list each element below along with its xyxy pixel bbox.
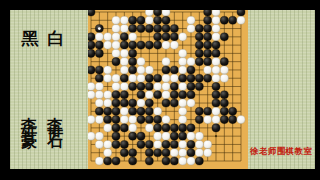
black-stone xyxy=(137,107,145,115)
black-stone xyxy=(95,49,103,57)
black-stone xyxy=(212,124,220,132)
black-stone xyxy=(195,25,203,33)
black-stone xyxy=(137,82,145,90)
black-stone xyxy=(195,157,203,165)
white-stone xyxy=(162,132,170,140)
black-stone xyxy=(170,132,178,140)
letterbox-right xyxy=(315,0,320,180)
black-stone xyxy=(195,116,203,124)
black-stone xyxy=(195,74,203,82)
black-stone xyxy=(129,25,137,33)
black-stone xyxy=(145,107,153,115)
black-stone xyxy=(145,149,153,157)
white-stone xyxy=(187,157,195,165)
black-stone xyxy=(112,91,120,99)
black-stone xyxy=(112,116,120,124)
white-stone xyxy=(145,91,153,99)
white-stone xyxy=(204,140,212,148)
black-stone xyxy=(145,82,153,90)
last-move-marker xyxy=(98,27,101,30)
black-stone xyxy=(145,116,153,124)
white-player-name: 李世石 xyxy=(47,66,65,166)
black-stone xyxy=(170,157,178,165)
white-stone xyxy=(162,41,170,49)
black-stone xyxy=(195,58,203,66)
black-stone xyxy=(112,99,120,107)
white-stone xyxy=(104,124,112,132)
black-stone xyxy=(220,116,228,124)
white-stone xyxy=(95,157,103,165)
black-stone xyxy=(137,91,145,99)
white-stone xyxy=(220,74,228,82)
black-stone xyxy=(95,107,103,115)
black-stone xyxy=(129,107,137,115)
black-stone xyxy=(170,33,178,41)
black-stone xyxy=(120,149,128,157)
black-stone xyxy=(204,107,212,115)
black-stone xyxy=(170,91,178,99)
white-stone xyxy=(104,99,112,107)
black-stone xyxy=(137,16,145,24)
white-stone xyxy=(120,25,128,33)
black-stone xyxy=(154,149,162,157)
white-stone xyxy=(179,157,187,165)
black-stone xyxy=(120,91,128,99)
white-stone xyxy=(112,74,120,82)
black-stone xyxy=(162,33,170,41)
white-stone xyxy=(95,116,103,124)
black-stone xyxy=(129,66,137,74)
white-stone xyxy=(95,140,103,148)
black-stone xyxy=(162,149,170,157)
black-stone xyxy=(204,33,212,41)
black-stone xyxy=(120,140,128,148)
black-stone xyxy=(137,25,145,33)
black-stone xyxy=(220,99,228,107)
black-stone xyxy=(179,124,187,132)
black-stone xyxy=(162,99,170,107)
black-stone xyxy=(204,58,212,66)
white-stone xyxy=(95,99,103,107)
white-stone xyxy=(104,66,112,74)
white-stone xyxy=(129,74,137,82)
black-stone xyxy=(195,82,203,90)
black-player-name: 李轩豪 xyxy=(21,66,39,166)
white-stone xyxy=(145,66,153,74)
black-stone xyxy=(179,74,187,82)
white-stone xyxy=(162,10,170,16)
black-stone xyxy=(179,91,187,99)
black-stone xyxy=(88,10,95,16)
white-stone xyxy=(145,124,153,132)
black-stone xyxy=(195,41,203,49)
black-stone xyxy=(145,140,153,148)
white-stone xyxy=(88,82,95,90)
black-stone xyxy=(195,49,203,57)
black-stone xyxy=(112,58,120,66)
black-stone xyxy=(170,140,178,148)
black-stone xyxy=(154,33,162,41)
black-stone xyxy=(95,74,103,82)
black-stone xyxy=(229,107,237,115)
black-stone xyxy=(145,25,153,33)
black-stone xyxy=(88,49,95,57)
black-stone xyxy=(120,41,128,49)
white-stone xyxy=(212,16,220,24)
black-stone xyxy=(187,82,195,90)
white-stone xyxy=(187,25,195,33)
black-stone xyxy=(204,10,212,16)
black-stone xyxy=(212,41,220,49)
star-point xyxy=(215,135,217,137)
black-stone xyxy=(162,157,170,165)
black-stone xyxy=(154,16,162,24)
black-stone xyxy=(204,16,212,24)
black-stone xyxy=(145,99,153,107)
white-stone xyxy=(179,82,187,90)
black-stone xyxy=(137,116,145,124)
black-stone xyxy=(187,149,195,157)
white-stone xyxy=(112,41,120,49)
white-stone xyxy=(212,66,220,74)
white-stone xyxy=(154,82,162,90)
white-stone xyxy=(137,74,145,82)
white-stone xyxy=(212,58,220,66)
black-stone xyxy=(170,124,178,132)
white-stone xyxy=(212,107,220,115)
black-stone xyxy=(212,49,220,57)
black-stone xyxy=(120,33,128,41)
white-stone xyxy=(237,16,245,24)
white-stone xyxy=(179,66,187,74)
black-stone xyxy=(162,140,170,148)
black-stone xyxy=(88,41,95,49)
black-stone xyxy=(195,107,203,115)
black-stone xyxy=(129,82,137,90)
white-stone xyxy=(212,25,220,33)
white-stone xyxy=(220,66,228,74)
black-stone xyxy=(129,58,137,66)
black-stone xyxy=(154,116,162,124)
white-stone xyxy=(179,33,187,41)
black-stone xyxy=(170,82,178,90)
white-stone xyxy=(112,49,120,57)
white-stone xyxy=(162,74,170,82)
black-stone xyxy=(212,99,220,107)
black-stone xyxy=(154,41,162,49)
white-stone xyxy=(120,16,128,24)
black-stone xyxy=(162,124,170,132)
white-stone xyxy=(187,99,195,107)
white-stone xyxy=(212,74,220,82)
white-stone xyxy=(179,107,187,115)
black-stone xyxy=(179,132,187,140)
black-stone xyxy=(170,99,178,107)
black-stone xyxy=(154,25,162,33)
white-stone xyxy=(104,33,112,41)
black-stone xyxy=(129,149,137,157)
white-stone xyxy=(195,132,203,140)
white-stone xyxy=(154,132,162,140)
white-stone xyxy=(212,116,220,124)
letterbox-top xyxy=(0,0,320,10)
black-stone xyxy=(154,91,162,99)
white-stone xyxy=(129,124,137,132)
black-stone xyxy=(88,33,95,41)
black-stone xyxy=(129,132,137,140)
white-stone xyxy=(154,140,162,148)
video-frame: 黑 白 李轩豪 李世石 徐老师围棋教室 xyxy=(0,0,320,180)
white-stone xyxy=(195,149,203,157)
black-stone xyxy=(195,33,203,41)
black-stone xyxy=(120,99,128,107)
white-stone xyxy=(120,116,128,124)
white-stone xyxy=(120,107,128,115)
black-stone xyxy=(187,124,195,132)
white-stone xyxy=(129,116,137,124)
black-stone xyxy=(212,91,220,99)
black-stone xyxy=(137,140,145,148)
black-stone xyxy=(112,140,120,148)
white-stone xyxy=(88,116,95,124)
white-stone xyxy=(112,82,120,90)
black-stone xyxy=(95,41,103,49)
black-stone xyxy=(104,116,112,124)
white-stone xyxy=(162,116,170,124)
black-stone xyxy=(220,107,228,115)
white-stone xyxy=(112,33,120,41)
black-stone xyxy=(145,41,153,49)
white-stone xyxy=(187,16,195,24)
white-stone xyxy=(104,41,112,49)
white-stone xyxy=(88,91,95,99)
black-stone xyxy=(129,49,137,57)
black-stone xyxy=(104,107,112,115)
black-stone xyxy=(129,16,137,24)
black-stone xyxy=(154,74,162,82)
white-stone xyxy=(204,116,212,124)
white-stone xyxy=(120,49,128,57)
white-stone xyxy=(104,91,112,99)
white-stone xyxy=(104,140,112,148)
white-stone xyxy=(179,140,187,148)
white-stone xyxy=(112,25,120,33)
white-stone xyxy=(179,99,187,107)
white-stone xyxy=(204,149,212,157)
white-stone xyxy=(104,149,112,157)
white-stone xyxy=(179,116,187,124)
black-stone xyxy=(204,74,212,82)
go-board xyxy=(88,10,248,170)
white-stone xyxy=(137,99,145,107)
channel-caption: 徐老师围棋教室 xyxy=(250,146,314,158)
white-stone xyxy=(187,132,195,140)
go-board-grid xyxy=(88,10,248,170)
black-stone xyxy=(220,91,228,99)
black-stone xyxy=(112,157,120,165)
black-stone xyxy=(145,157,153,165)
black-stone xyxy=(112,107,120,115)
white-stone xyxy=(95,33,103,41)
black-stone xyxy=(220,33,228,41)
letterbox-bottom xyxy=(0,169,320,180)
white-stone xyxy=(204,66,212,74)
black-stone xyxy=(162,25,170,33)
black-stone xyxy=(120,74,128,82)
white-stone xyxy=(170,74,178,82)
white-stone xyxy=(170,149,178,157)
white-stone xyxy=(120,58,128,66)
white-stone xyxy=(179,49,187,57)
white-stone xyxy=(162,91,170,99)
black-stone xyxy=(204,25,212,33)
black-stone xyxy=(112,132,120,140)
black-stone xyxy=(112,124,120,132)
white-stone xyxy=(95,91,103,99)
white-stone xyxy=(137,66,145,74)
black-stone xyxy=(88,66,95,74)
black-stone xyxy=(187,91,195,99)
black-stone xyxy=(204,49,212,57)
black-stone xyxy=(237,10,245,16)
black-stone xyxy=(120,124,128,132)
black-stone xyxy=(170,25,178,33)
black-stone xyxy=(137,132,145,140)
black-stone xyxy=(162,66,170,74)
white-stone xyxy=(104,74,112,82)
letterbox-left xyxy=(0,0,10,180)
black-stone xyxy=(129,99,137,107)
black-stone xyxy=(212,82,220,90)
black-stone xyxy=(220,58,228,66)
white-stone xyxy=(162,58,170,66)
white-stone xyxy=(95,82,103,90)
white-stone xyxy=(179,149,187,157)
white-stone xyxy=(170,41,178,49)
black-stone xyxy=(187,74,195,82)
white-stone xyxy=(179,58,187,66)
black-stone xyxy=(137,41,145,49)
white-stone xyxy=(112,16,120,24)
black-stone xyxy=(154,10,162,16)
black-stone xyxy=(129,41,137,49)
white-stone xyxy=(120,82,128,90)
white-stone xyxy=(212,33,220,41)
white-player-label: 白 xyxy=(47,30,65,48)
black-stone xyxy=(170,66,178,74)
black-stone xyxy=(129,157,137,165)
white-stone xyxy=(95,132,103,140)
white-stone xyxy=(212,10,220,16)
black-stone xyxy=(104,157,112,165)
black-stone xyxy=(162,16,170,24)
black-player-label: 黑 xyxy=(21,30,39,48)
white-stone xyxy=(187,58,195,66)
black-stone xyxy=(154,124,162,132)
black-stone xyxy=(187,140,195,148)
black-stone xyxy=(204,41,212,49)
white-stone xyxy=(154,107,162,115)
white-stone xyxy=(129,33,137,41)
black-stone xyxy=(95,66,103,74)
white-stone xyxy=(145,10,153,16)
black-stone xyxy=(229,116,237,124)
black-stone xyxy=(145,74,153,82)
white-stone xyxy=(237,116,245,124)
black-stone xyxy=(187,66,195,74)
black-stone xyxy=(220,16,228,24)
black-stone xyxy=(229,16,237,24)
white-stone xyxy=(88,132,95,140)
white-stone xyxy=(162,82,170,90)
white-stone xyxy=(195,140,203,148)
white-stone xyxy=(137,58,145,66)
white-stone xyxy=(145,16,153,24)
white-stone xyxy=(120,66,128,74)
